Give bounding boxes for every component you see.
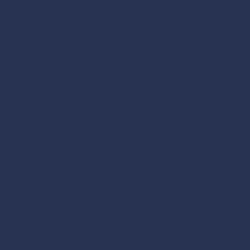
chess-board-frame — [0, 0, 250, 250]
chess-board — [13, 13, 237, 237]
file-labels — [13, 237, 237, 250]
rank-labels — [0, 13, 13, 237]
